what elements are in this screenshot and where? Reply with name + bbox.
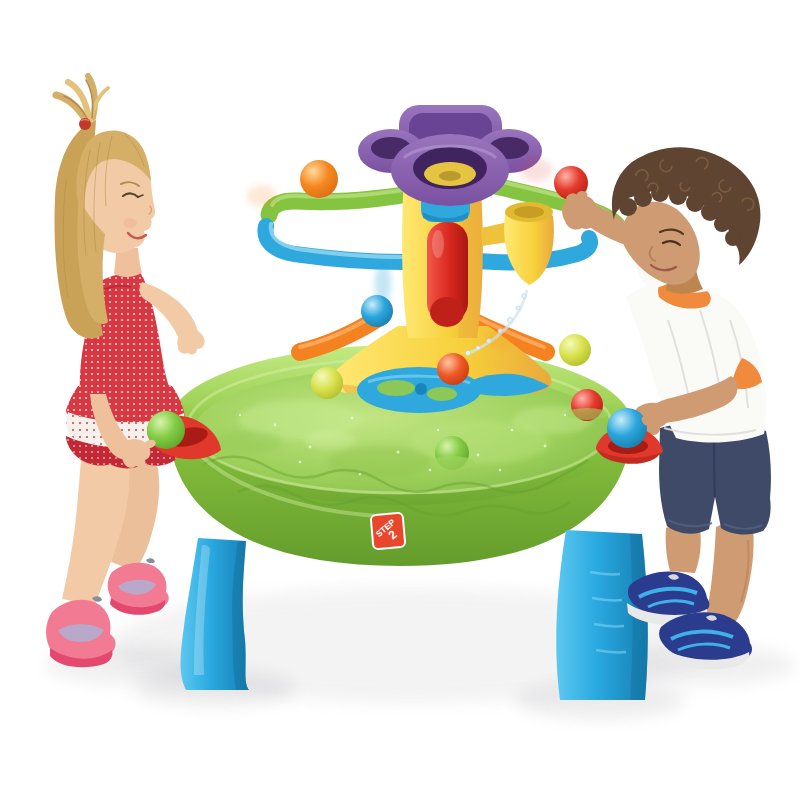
boy-right-shoe	[659, 612, 752, 669]
girl-ponytail	[56, 76, 108, 122]
table-leg-left	[181, 538, 249, 690]
step2-logo: STEP 2	[371, 513, 407, 550]
photo-canvas: STEP 2	[0, 0, 800, 800]
ball-vermilion-on-spinner	[437, 353, 469, 385]
girl-back-shoe	[108, 558, 169, 615]
ball-blue-orange-ramp	[361, 295, 393, 327]
girl-right-hand	[177, 329, 204, 355]
red-ball-in-window	[430, 297, 464, 327]
ball-orange-left-ramp	[300, 160, 338, 198]
funnel-yellow-hole	[439, 171, 461, 181]
girl	[46, 76, 205, 667]
scene-image: STEP 2	[0, 0, 800, 800]
girl-cheek-blush	[123, 218, 137, 228]
ball-yellowgreen-floating	[311, 367, 343, 399]
ripple-red-ball	[566, 408, 608, 420]
ripple-green-ball	[429, 456, 475, 470]
ball-yellowgreen-ramp-end	[559, 334, 591, 366]
ball-blue-right-launcher	[607, 408, 647, 448]
yellow-pour-cup	[481, 202, 554, 285]
girl-front-shoe	[46, 596, 116, 667]
red-window-highlight	[432, 230, 444, 258]
